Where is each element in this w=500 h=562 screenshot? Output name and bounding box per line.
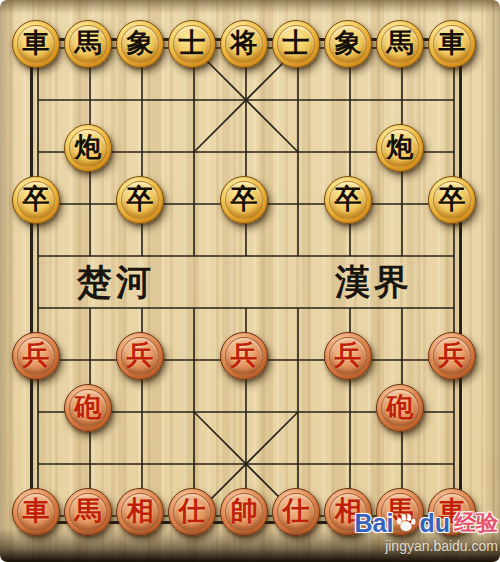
piece-red-soldier[interactable]: 兵 [12,332,60,380]
point-c3r6 [168,334,220,386]
piece-face: 相 [329,493,367,531]
piece-red-soldier[interactable]: 兵 [220,332,268,380]
piece-face: 車 [17,493,55,531]
piece-face: 仕 [277,493,315,531]
point-c3r3 [168,178,220,230]
point-c4r3: 卒 [220,178,272,230]
point-c3r2 [168,126,220,178]
point-c5r0: 士 [272,22,324,74]
point-c7r9: 馬 [376,490,428,542]
piece-black-horse[interactable]: 馬 [376,20,424,68]
piece-label: 兵 [335,342,362,370]
piece-label: 仕 [283,498,310,526]
piece-face: 士 [173,25,211,63]
piece-black-advisor[interactable]: 士 [272,20,320,68]
point-c4r8 [220,438,272,490]
point-c0r6: 兵 [12,334,64,386]
point-c5r5 [272,282,324,334]
piece-red-advisor[interactable]: 仕 [168,488,216,536]
point-c6r9: 相 [324,490,376,542]
piece-label: 炮 [75,134,102,162]
piece-label: 炮 [387,134,414,162]
point-c3r1 [168,74,220,126]
point-c8r3: 卒 [428,178,480,230]
piece-face: 将 [225,25,263,63]
point-c7r5 [376,282,428,334]
point-c8r6: 兵 [428,334,480,386]
piece-red-soldier[interactable]: 兵 [116,332,164,380]
piece-face: 車 [433,25,471,63]
point-c2r3: 卒 [116,178,168,230]
piece-label: 車 [439,498,466,526]
piece-red-chariot[interactable]: 車 [12,488,60,536]
piece-black-elephant[interactable]: 象 [116,20,164,68]
point-c7r3 [376,178,428,230]
piece-label: 仕 [179,498,206,526]
piece-label: 卒 [231,186,258,214]
board-points-grid: 車馬象士将士象馬車炮炮卒卒卒卒卒兵兵兵兵兵砲砲車馬相仕帥仕相馬車 [12,22,480,542]
piece-face: 馬 [381,493,419,531]
point-c2r9: 相 [116,490,168,542]
point-c0r7 [12,386,64,438]
piece-label: 卒 [335,186,362,214]
piece-face: 卒 [121,181,159,219]
piece-face: 車 [17,25,55,63]
piece-face: 炮 [69,129,107,167]
piece-face: 卒 [329,181,367,219]
piece-label: 卒 [127,186,154,214]
point-c2r2 [116,126,168,178]
point-c8r2 [428,126,480,178]
point-c6r1 [324,74,376,126]
point-c4r6: 兵 [220,334,272,386]
piece-red-cannon[interactable]: 砲 [376,384,424,432]
piece-face: 帥 [225,493,263,531]
piece-black-soldier[interactable]: 卒 [220,176,268,224]
piece-red-king[interactable]: 帥 [220,488,268,536]
point-c5r9: 仕 [272,490,324,542]
point-c3r5 [168,282,220,334]
piece-label: 卒 [23,186,50,214]
piece-label: 兵 [127,342,154,370]
piece-red-soldier[interactable]: 兵 [324,332,372,380]
point-c7r4 [376,230,428,282]
point-c6r2 [324,126,376,178]
piece-label: 士 [283,30,310,58]
piece-red-chariot[interactable]: 車 [428,488,476,536]
point-c1r4 [64,230,116,282]
point-c0r8 [12,438,64,490]
point-c6r4 [324,230,376,282]
piece-label: 兵 [231,342,258,370]
point-c4r9: 帥 [220,490,272,542]
piece-face: 馬 [381,25,419,63]
piece-label: 馬 [75,30,102,58]
point-c3r0: 士 [168,22,220,74]
piece-label: 相 [127,498,154,526]
piece-label: 兵 [23,342,50,370]
piece-red-advisor[interactable]: 仕 [272,488,320,536]
piece-face: 兵 [121,337,159,375]
point-c3r9: 仕 [168,490,220,542]
point-c7r1 [376,74,428,126]
point-c6r5 [324,282,376,334]
point-c8r9: 車 [428,490,480,542]
point-c0r9: 車 [12,490,64,542]
point-c6r6: 兵 [324,334,376,386]
point-c4r2 [220,126,272,178]
piece-face: 車 [433,493,471,531]
point-c4r1 [220,74,272,126]
piece-label: 相 [335,498,362,526]
piece-label: 車 [23,30,50,58]
piece-face: 士 [277,25,315,63]
point-c8r0: 車 [428,22,480,74]
piece-black-cannon[interactable]: 炮 [376,124,424,172]
piece-black-advisor[interactable]: 士 [168,20,216,68]
point-c5r8 [272,438,324,490]
point-c5r7 [272,386,324,438]
piece-face: 兵 [225,337,263,375]
point-c8r7 [428,386,480,438]
point-c7r6 [376,334,428,386]
piece-black-chariot[interactable]: 車 [12,20,60,68]
piece-black-soldier[interactable]: 卒 [428,176,476,224]
point-c1r3 [64,178,116,230]
point-c2r8 [116,438,168,490]
piece-black-soldier[interactable]: 卒 [12,176,60,224]
point-c7r0: 馬 [376,22,428,74]
point-c4r7 [220,386,272,438]
point-c1r9: 馬 [64,490,116,542]
point-c4r0: 将 [220,22,272,74]
point-c1r6 [64,334,116,386]
piece-label: 将 [231,30,258,58]
piece-label: 車 [439,30,466,58]
point-c0r4 [12,230,64,282]
point-c7r7: 砲 [376,386,428,438]
piece-face: 馬 [69,25,107,63]
point-c3r7 [168,386,220,438]
piece-label: 車 [23,498,50,526]
point-c0r5 [12,282,64,334]
point-c2r4 [116,230,168,282]
piece-face: 卒 [225,181,263,219]
point-c1r0: 馬 [64,22,116,74]
point-c8r1 [428,74,480,126]
piece-label: 馬 [75,498,102,526]
point-c8r8 [428,438,480,490]
point-c2r0: 象 [116,22,168,74]
piece-label: 馬 [387,498,414,526]
piece-face: 卒 [17,181,55,219]
piece-face: 砲 [381,389,419,427]
piece-red-soldier[interactable]: 兵 [428,332,476,380]
point-c1r1 [64,74,116,126]
point-c2r1 [116,74,168,126]
xiangqi-board: 楚河 漢界 車馬象士将士象馬車炮炮卒卒卒卒卒兵兵兵兵兵砲砲車馬相仕帥仕相馬車 B… [0,0,500,562]
piece-label: 砲 [75,394,102,422]
point-c2r7 [116,386,168,438]
point-c0r2 [12,126,64,178]
point-c3r8 [168,438,220,490]
piece-face: 相 [121,493,159,531]
piece-label: 馬 [387,30,414,58]
point-c0r3: 卒 [12,178,64,230]
piece-black-chariot[interactable]: 車 [428,20,476,68]
point-c6r0: 象 [324,22,376,74]
point-c4r4 [220,230,272,282]
piece-label: 帥 [231,498,258,526]
piece-red-horse[interactable]: 馬 [64,488,112,536]
point-c5r1 [272,74,324,126]
point-c5r3 [272,178,324,230]
piece-face: 馬 [69,493,107,531]
point-c1r8 [64,438,116,490]
piece-label: 砲 [387,394,414,422]
piece-face: 砲 [69,389,107,427]
point-c6r8 [324,438,376,490]
piece-red-elephant[interactable]: 相 [116,488,164,536]
point-c3r4 [168,230,220,282]
piece-red-elephant[interactable]: 相 [324,488,372,536]
point-c6r3: 卒 [324,178,376,230]
point-c1r5 [64,282,116,334]
piece-face: 仕 [173,493,211,531]
point-c4r5 [220,282,272,334]
piece-face: 兵 [17,337,55,375]
piece-face: 炮 [381,129,419,167]
point-c5r6 [272,334,324,386]
piece-face: 象 [121,25,159,63]
piece-label: 象 [335,30,362,58]
point-c1r2: 炮 [64,126,116,178]
piece-label: 士 [179,30,206,58]
point-c0r0: 車 [12,22,64,74]
point-c8r5 [428,282,480,334]
point-c8r4 [428,230,480,282]
piece-black-cannon[interactable]: 炮 [64,124,112,172]
point-c0r1 [12,74,64,126]
piece-face: 卒 [433,181,471,219]
point-c2r6: 兵 [116,334,168,386]
piece-face: 兵 [433,337,471,375]
piece-red-cannon[interactable]: 砲 [64,384,112,432]
piece-red-horse[interactable]: 馬 [376,488,424,536]
piece-label: 象 [127,30,154,58]
piece-black-king[interactable]: 将 [220,20,268,68]
point-c2r5 [116,282,168,334]
point-c5r4 [272,230,324,282]
piece-face: 兵 [329,337,367,375]
point-c7r2: 炮 [376,126,428,178]
point-c6r7 [324,386,376,438]
point-c1r7: 砲 [64,386,116,438]
point-c5r2 [272,126,324,178]
piece-label: 卒 [439,186,466,214]
piece-label: 兵 [439,342,466,370]
piece-black-soldier[interactable]: 卒 [116,176,164,224]
piece-black-elephant[interactable]: 象 [324,20,372,68]
piece-face: 象 [329,25,367,63]
piece-black-soldier[interactable]: 卒 [324,176,372,224]
point-c7r8 [376,438,428,490]
piece-black-horse[interactable]: 馬 [64,20,112,68]
